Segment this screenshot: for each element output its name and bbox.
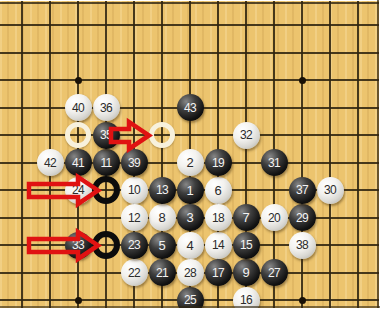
gomoku-board-screenshot: 1234567891011121314151617181920212223242… — [0, 0, 380, 310]
top-edge-line — [0, 2, 380, 4]
stone-number: 7 — [242, 211, 249, 224]
stone-black-23[interactable]: 23 — [121, 232, 148, 259]
star-point — [75, 77, 82, 84]
stone-white-30[interactable]: 30 — [317, 177, 344, 204]
stone-black-29[interactable]: 29 — [289, 204, 316, 231]
stone-number: 5 — [158, 239, 165, 252]
stone-number: 23 — [128, 239, 140, 251]
stone-number: 2 — [186, 156, 193, 169]
stone-white-42[interactable]: 42 — [37, 149, 64, 176]
grid-vline — [329, 0, 331, 310]
stone-number: 27 — [268, 267, 280, 279]
stone-number: 9 — [242, 266, 249, 279]
stone-number: 41 — [72, 157, 84, 169]
grid-vline — [357, 0, 359, 310]
stone-number: 21 — [156, 267, 168, 279]
black-circle-marker[interactable] — [92, 231, 120, 259]
stone-white-2[interactable]: 2 — [177, 149, 204, 176]
stone-black-41[interactable]: 41 — [65, 149, 92, 176]
grid-vline — [21, 0, 23, 310]
stone-black-19[interactable]: 19 — [205, 149, 232, 176]
stone-number: 19 — [212, 157, 224, 169]
stone-black-3[interactable]: 3 — [177, 204, 204, 231]
stone-black-39[interactable]: 39 — [121, 149, 148, 176]
stone-number: 8 — [158, 211, 165, 224]
black-circle-marker[interactable] — [92, 176, 120, 204]
grid-hline — [0, 134, 380, 136]
stone-number: 38 — [296, 239, 308, 251]
stone-number: 39 — [128, 157, 140, 169]
stone-black-21[interactable]: 21 — [149, 259, 176, 286]
stone-number: 22 — [128, 267, 140, 279]
stone-number: 6 — [214, 184, 221, 197]
stone-number: 18 — [212, 212, 224, 224]
grid-hline — [0, 79, 380, 81]
stone-number: 30 — [324, 184, 336, 196]
stone-black-11[interactable]: 11 — [93, 149, 120, 176]
stone-number: 10 — [128, 184, 140, 196]
stone-white-32[interactable]: 32 — [233, 122, 260, 149]
white-circle-marker[interactable] — [65, 122, 91, 148]
stone-black-7[interactable]: 7 — [233, 204, 260, 231]
grid-vline — [301, 0, 303, 310]
star-point — [299, 297, 306, 304]
stone-white-10[interactable]: 10 — [121, 177, 148, 204]
stone-black-17[interactable]: 17 — [205, 259, 232, 286]
stone-black-13[interactable]: 13 — [149, 177, 176, 204]
star-point — [299, 77, 306, 84]
stone-number: 42 — [44, 157, 56, 169]
star-point — [75, 297, 82, 304]
stone-black-15[interactable]: 15 — [233, 232, 260, 259]
stone-number: 4 — [186, 239, 193, 252]
stone-number: 40 — [72, 102, 84, 114]
stone-number: 15 — [240, 239, 252, 251]
white-circle-marker[interactable] — [149, 122, 175, 148]
stone-white-20[interactable]: 20 — [261, 204, 288, 231]
top-edge-white — [0, 0, 380, 1]
stone-black-35[interactable]: 35 — [93, 122, 120, 149]
stone-number: 1 — [186, 184, 193, 197]
board[interactable]: 1234567891011121314151617181920212223242… — [0, 0, 380, 310]
stone-number: 11 — [100, 157, 111, 169]
stone-number: 12 — [128, 212, 140, 224]
stone-white-38[interactable]: 38 — [289, 232, 316, 259]
stone-number: 14 — [212, 239, 224, 251]
stone-white-12[interactable]: 12 — [121, 204, 148, 231]
stone-white-18[interactable]: 18 — [205, 204, 232, 231]
stone-white-36[interactable]: 36 — [93, 94, 120, 121]
stone-number: 20 — [268, 212, 280, 224]
stone-number: 17 — [212, 267, 224, 279]
stone-number: 33 — [72, 239, 84, 251]
grid-hline — [0, 52, 380, 54]
stone-black-5[interactable]: 5 — [149, 232, 176, 259]
stone-number: 24 — [72, 184, 84, 196]
stone-number: 3 — [186, 211, 193, 224]
stone-number: 35 — [100, 129, 112, 141]
stone-number: 37 — [296, 184, 308, 196]
stone-white-22[interactable]: 22 — [121, 259, 148, 286]
stone-white-28[interactable]: 28 — [177, 259, 204, 286]
stone-number: 43 — [184, 102, 196, 114]
stone-white-40[interactable]: 40 — [65, 94, 92, 121]
stone-number: 36 — [100, 102, 112, 114]
stone-number: 32 — [240, 129, 252, 141]
stone-white-8[interactable]: 8 — [149, 204, 176, 231]
stone-white-4[interactable]: 4 — [177, 232, 204, 259]
stone-black-31[interactable]: 31 — [261, 149, 288, 176]
stone-white-24[interactable]: 24 — [65, 177, 92, 204]
stone-number: 31 — [268, 157, 280, 169]
stone-black-1[interactable]: 1 — [177, 177, 204, 204]
stone-white-14[interactable]: 14 — [205, 232, 232, 259]
stone-black-37[interactable]: 37 — [289, 177, 316, 204]
stone-number: 29 — [296, 212, 308, 224]
grid-hline — [0, 24, 380, 26]
stone-black-9[interactable]: 9 — [233, 259, 260, 286]
stone-black-27[interactable]: 27 — [261, 259, 288, 286]
stone-number: 13 — [156, 184, 168, 196]
stone-number: 28 — [184, 267, 196, 279]
stone-black-43[interactable]: 43 — [177, 94, 204, 121]
stone-black-33[interactable]: 33 — [65, 232, 92, 259]
stone-white-6[interactable]: 6 — [205, 177, 232, 204]
